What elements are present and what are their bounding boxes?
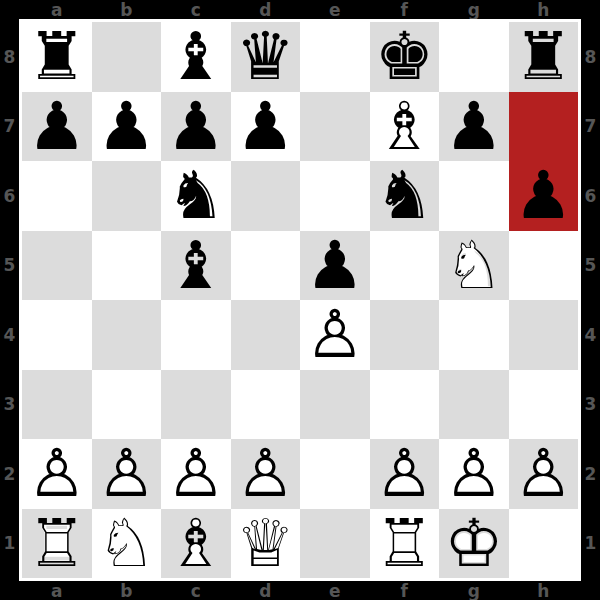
file-label-top-d: d (231, 0, 301, 20)
square-a2[interactable]: ♟♙ (22, 439, 92, 509)
square-g2[interactable]: ♟♙ (439, 439, 509, 509)
piece-black-rook: ♜ (22, 22, 92, 92)
board-frame: ♜♝♛♚♜♟♟♟♟♝♗♟♞♞♟♝♟♞♘♟♙♟♙♟♙♟♙♟♙♟♙♟♙♟♙♜♖♞♘♝… (19, 19, 581, 581)
piece-glyph: ♖ (370, 509, 440, 579)
piece-black-king: ♚ (370, 22, 440, 92)
piece-white-pawn: ♟♙ (370, 439, 440, 509)
square-f5[interactable] (370, 231, 440, 301)
square-b4[interactable] (92, 300, 162, 370)
square-c2[interactable]: ♟♙ (161, 439, 231, 509)
piece-glyph: ♟ (439, 92, 509, 162)
square-b6[interactable] (92, 161, 162, 231)
piece-glyph: ♙ (439, 439, 509, 509)
square-e4[interactable]: ♟♙ (300, 300, 370, 370)
square-c6[interactable]: ♞ (161, 161, 231, 231)
rank-label-left-2: 2 (0, 439, 19, 509)
piece-black-pawn: ♟ (161, 92, 231, 162)
square-c5[interactable]: ♝ (161, 231, 231, 301)
square-a6[interactable] (22, 161, 92, 231)
piece-glyph: ♘ (92, 509, 162, 579)
square-c3[interactable] (161, 370, 231, 440)
rank-label-right-1: 1 (581, 509, 600, 579)
square-e5[interactable]: ♟ (300, 231, 370, 301)
square-e6[interactable] (300, 161, 370, 231)
file-label-top-e: e (300, 0, 370, 20)
rank-label-left-5: 5 (0, 231, 19, 301)
piece-black-rook: ♜ (509, 22, 579, 92)
square-b8[interactable] (92, 22, 162, 92)
square-d7[interactable]: ♟ (231, 92, 301, 162)
piece-glyph: ♟ (509, 161, 579, 231)
square-g4[interactable] (439, 300, 509, 370)
piece-white-bishop: ♝♗ (370, 92, 440, 162)
square-f4[interactable] (370, 300, 440, 370)
piece-black-pawn: ♟ (439, 92, 509, 162)
square-h8[interactable]: ♜ (509, 22, 579, 92)
square-d4[interactable] (231, 300, 301, 370)
chess-board: ♜♝♛♚♜♟♟♟♟♝♗♟♞♞♟♝♟♞♘♟♙♟♙♟♙♟♙♟♙♟♙♟♙♟♙♜♖♞♘♝… (22, 22, 578, 578)
square-c1[interactable]: ♝♗ (161, 509, 231, 579)
chessboard-screen: abcdefgh abcdefgh 87654321 87654321 ♜♝♛♚… (0, 0, 600, 600)
piece-glyph: ♙ (509, 439, 579, 509)
square-d8[interactable]: ♛ (231, 22, 301, 92)
file-label-bottom-h: h (509, 581, 579, 600)
piece-black-bishop: ♝ (161, 231, 231, 301)
rank-label-right-5: 5 (581, 231, 600, 301)
square-c7[interactable]: ♟ (161, 92, 231, 162)
piece-white-queen: ♛♕ (231, 509, 301, 579)
piece-glyph: ♗ (161, 509, 231, 579)
rank-label-right-6: 6 (581, 161, 600, 231)
piece-white-knight: ♞♘ (92, 509, 162, 579)
piece-glyph: ♙ (300, 300, 370, 370)
square-h3[interactable] (509, 370, 579, 440)
piece-white-king: ♚♔ (439, 509, 509, 579)
piece-glyph: ♕ (231, 509, 301, 579)
piece-glyph: ♟ (22, 92, 92, 162)
piece-glyph: ♙ (370, 439, 440, 509)
piece-glyph: ♚ (370, 22, 440, 92)
piece-black-knight: ♞ (370, 161, 440, 231)
piece-black-queen: ♛ (231, 22, 301, 92)
square-g7[interactable]: ♟ (439, 92, 509, 162)
rank-label-right-4: 4 (581, 300, 600, 370)
file-label-top-h: h (509, 0, 579, 20)
square-d1[interactable]: ♛♕ (231, 509, 301, 579)
square-f1[interactable]: ♜♖ (370, 509, 440, 579)
square-a3[interactable] (22, 370, 92, 440)
square-c4[interactable] (161, 300, 231, 370)
square-f2[interactable]: ♟♙ (370, 439, 440, 509)
piece-black-pawn: ♟ (300, 231, 370, 301)
piece-white-rook: ♜♖ (370, 509, 440, 579)
square-e3[interactable] (300, 370, 370, 440)
square-b3[interactable] (92, 370, 162, 440)
piece-glyph: ♛ (231, 22, 301, 92)
square-g5[interactable]: ♞♘ (439, 231, 509, 301)
piece-white-pawn: ♟♙ (231, 439, 301, 509)
piece-black-pawn: ♟ (22, 92, 92, 162)
square-a4[interactable] (22, 300, 92, 370)
piece-glyph: ♔ (439, 509, 509, 579)
piece-white-pawn: ♟♙ (22, 439, 92, 509)
piece-glyph: ♜ (22, 22, 92, 92)
piece-glyph: ♙ (22, 439, 92, 509)
square-e1[interactable] (300, 509, 370, 579)
square-d3[interactable] (231, 370, 301, 440)
rank-label-left-1: 1 (0, 509, 19, 579)
square-e7[interactable] (300, 92, 370, 162)
piece-black-pawn: ♟ (92, 92, 162, 162)
piece-glyph: ♞ (370, 161, 440, 231)
square-e8[interactable] (300, 22, 370, 92)
piece-black-pawn: ♟ (509, 161, 579, 231)
square-h7[interactable] (509, 92, 579, 162)
square-b2[interactable]: ♟♙ (92, 439, 162, 509)
square-d5[interactable] (231, 231, 301, 301)
piece-glyph: ♘ (439, 231, 509, 301)
file-label-top-a: a (22, 0, 92, 20)
file-label-top-g: g (439, 0, 509, 20)
square-f7[interactable]: ♝♗ (370, 92, 440, 162)
square-f6[interactable]: ♞ (370, 161, 440, 231)
square-g1[interactable]: ♚♔ (439, 509, 509, 579)
piece-white-pawn: ♟♙ (439, 439, 509, 509)
piece-white-pawn: ♟♙ (300, 300, 370, 370)
square-h2[interactable]: ♟♙ (509, 439, 579, 509)
square-e2[interactable] (300, 439, 370, 509)
square-f8[interactable]: ♚ (370, 22, 440, 92)
piece-white-bishop: ♝♗ (161, 509, 231, 579)
piece-white-pawn: ♟♙ (509, 439, 579, 509)
piece-white-rook: ♜♖ (22, 509, 92, 579)
file-label-bottom-b: b (92, 581, 162, 600)
piece-glyph: ♝ (161, 22, 231, 92)
piece-white-knight: ♞♘ (439, 231, 509, 301)
file-label-top-f: f (370, 0, 440, 20)
piece-glyph: ♟ (161, 92, 231, 162)
piece-white-pawn: ♟♙ (161, 439, 231, 509)
file-label-bottom-e: e (300, 581, 370, 600)
file-labels-bottom: abcdefgh (22, 581, 578, 600)
square-d2[interactable]: ♟♙ (231, 439, 301, 509)
square-c8[interactable]: ♝ (161, 22, 231, 92)
piece-glyph: ♙ (92, 439, 162, 509)
square-f3[interactable] (370, 370, 440, 440)
rank-label-right-8: 8 (581, 22, 600, 92)
piece-glyph: ♝ (161, 231, 231, 301)
square-h4[interactable] (509, 300, 579, 370)
square-h5[interactable] (509, 231, 579, 301)
rank-label-left-3: 3 (0, 370, 19, 440)
rank-label-left-7: 7 (0, 92, 19, 162)
piece-white-pawn: ♟♙ (92, 439, 162, 509)
file-label-bottom-d: d (231, 581, 301, 600)
square-a5[interactable] (22, 231, 92, 301)
square-b5[interactable] (92, 231, 162, 301)
piece-black-knight: ♞ (161, 161, 231, 231)
piece-glyph: ♟ (231, 92, 301, 162)
square-g6[interactable] (439, 161, 509, 231)
piece-glyph: ♟ (300, 231, 370, 301)
file-label-bottom-c: c (161, 581, 231, 600)
rank-label-right-3: 3 (581, 370, 600, 440)
square-a7[interactable]: ♟ (22, 92, 92, 162)
piece-glyph: ♙ (231, 439, 301, 509)
rank-labels-left: 87654321 (0, 22, 19, 578)
square-d6[interactable] (231, 161, 301, 231)
square-b1[interactable]: ♞♘ (92, 509, 162, 579)
file-label-bottom-a: a (22, 581, 92, 600)
piece-black-bishop: ♝ (161, 22, 231, 92)
square-g3[interactable] (439, 370, 509, 440)
file-label-bottom-g: g (439, 581, 509, 600)
rank-labels-right: 87654321 (581, 22, 600, 578)
square-a1[interactable]: ♜♖ (22, 509, 92, 579)
rank-label-left-8: 8 (0, 22, 19, 92)
piece-glyph: ♖ (22, 509, 92, 579)
rank-label-left-6: 6 (0, 161, 19, 231)
piece-glyph: ♞ (161, 161, 231, 231)
piece-black-pawn: ♟ (231, 92, 301, 162)
piece-glyph: ♙ (161, 439, 231, 509)
file-label-bottom-f: f (370, 581, 440, 600)
rank-label-left-4: 4 (0, 300, 19, 370)
rank-label-right-2: 2 (581, 439, 600, 509)
square-g8[interactable] (439, 22, 509, 92)
file-label-top-c: c (161, 0, 231, 20)
piece-glyph: ♜ (509, 22, 579, 92)
file-labels-top: abcdefgh (22, 0, 578, 19)
file-label-top-b: b (92, 0, 162, 20)
piece-glyph: ♟ (92, 92, 162, 162)
rank-label-right-7: 7 (581, 92, 600, 162)
square-h6[interactable]: ♟ (509, 161, 579, 231)
piece-glyph: ♗ (370, 92, 440, 162)
square-a8[interactable]: ♜ (22, 22, 92, 92)
square-h1[interactable] (509, 509, 579, 579)
square-b7[interactable]: ♟ (92, 92, 162, 162)
